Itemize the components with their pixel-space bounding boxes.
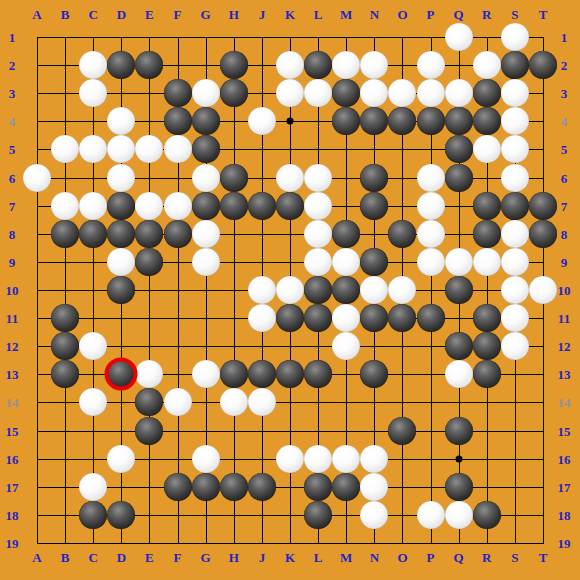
white-stone xyxy=(135,135,163,163)
black-stone xyxy=(501,192,529,220)
black-stone xyxy=(248,360,276,388)
white-stone xyxy=(501,276,529,304)
white-stone xyxy=(501,332,529,360)
white-stone xyxy=(220,388,248,416)
black-stone xyxy=(417,304,445,332)
black-stone xyxy=(51,332,79,360)
white-stone xyxy=(304,445,332,473)
right-coord-label: 10 xyxy=(558,283,571,296)
left-coord-label: 6 xyxy=(9,171,16,184)
top-coord-label: B xyxy=(61,8,70,21)
white-stone xyxy=(473,51,501,79)
bottom-coord-label: F xyxy=(174,551,182,564)
white-stone xyxy=(192,445,220,473)
left-coord-label: 8 xyxy=(9,227,16,240)
white-stone xyxy=(248,276,276,304)
black-stone xyxy=(332,473,360,501)
white-stone xyxy=(51,135,79,163)
black-stone xyxy=(220,192,248,220)
black-stone xyxy=(192,107,220,135)
bottom-coord-label: M xyxy=(340,551,352,564)
black-stone xyxy=(473,220,501,248)
black-stone xyxy=(360,248,388,276)
white-stone xyxy=(360,501,388,529)
top-coord-label: F xyxy=(174,8,182,21)
white-stone xyxy=(332,304,360,332)
black-stone xyxy=(79,501,107,529)
black-stone xyxy=(135,220,163,248)
left-coord-label: 15 xyxy=(6,424,19,437)
top-coord-label: O xyxy=(397,8,407,21)
black-stone xyxy=(220,360,248,388)
white-stone xyxy=(304,164,332,192)
white-stone xyxy=(445,79,473,107)
right-coord-label: 6 xyxy=(561,171,568,184)
black-stone xyxy=(473,360,501,388)
black-stone xyxy=(388,304,416,332)
top-coord-label: C xyxy=(89,8,98,21)
white-stone xyxy=(501,107,529,135)
white-stone xyxy=(332,445,360,473)
right-coord-label: 16 xyxy=(558,452,571,465)
black-stone xyxy=(445,332,473,360)
right-coord-label: 12 xyxy=(558,340,571,353)
white-stone xyxy=(417,192,445,220)
top-coord-label: M xyxy=(340,8,352,21)
top-coord-label: J xyxy=(259,8,266,21)
black-stone xyxy=(135,417,163,445)
black-stone xyxy=(164,473,192,501)
black-stone xyxy=(192,192,220,220)
white-stone xyxy=(107,135,135,163)
black-stone xyxy=(529,192,557,220)
right-coord-label: 1 xyxy=(561,31,568,44)
left-coord-label: 19 xyxy=(6,536,19,549)
white-stone xyxy=(417,79,445,107)
right-coord-label: 2 xyxy=(561,59,568,72)
left-coord-label: 13 xyxy=(6,368,19,381)
left-coord-label: 18 xyxy=(6,508,19,521)
black-stone xyxy=(107,192,135,220)
black-stone xyxy=(164,79,192,107)
black-stone xyxy=(529,220,557,248)
bottom-coord-label: C xyxy=(89,551,98,564)
grid-line xyxy=(37,543,544,544)
black-stone xyxy=(388,220,416,248)
right-coord-label: 13 xyxy=(558,368,571,381)
black-stone xyxy=(192,135,220,163)
black-stone xyxy=(248,192,276,220)
left-coord-label: 16 xyxy=(6,452,19,465)
white-stone xyxy=(360,445,388,473)
left-coord-label: 1 xyxy=(9,31,16,44)
black-stone xyxy=(332,220,360,248)
black-stone xyxy=(445,276,473,304)
white-stone xyxy=(445,248,473,276)
black-stone xyxy=(360,192,388,220)
white-stone xyxy=(388,79,416,107)
white-stone xyxy=(248,388,276,416)
white-stone xyxy=(248,107,276,135)
black-stone xyxy=(473,304,501,332)
white-stone xyxy=(304,192,332,220)
black-stone xyxy=(220,164,248,192)
bottom-coord-label: D xyxy=(117,551,126,564)
left-coord-label: 17 xyxy=(6,480,19,493)
white-stone xyxy=(417,51,445,79)
white-stone xyxy=(332,332,360,360)
white-stone xyxy=(473,135,501,163)
black-stone xyxy=(473,79,501,107)
black-stone xyxy=(107,276,135,304)
black-stone xyxy=(360,164,388,192)
top-coord-label: H xyxy=(229,8,239,21)
white-stone xyxy=(276,276,304,304)
black-stone xyxy=(445,473,473,501)
go-board[interactable]: AA11BB22CC33DD44EE55FF66GG77HH88JJ99KK10… xyxy=(0,0,580,580)
top-coord-label: N xyxy=(370,8,379,21)
white-stone xyxy=(79,79,107,107)
top-coord-label: P xyxy=(427,8,435,21)
black-stone xyxy=(445,164,473,192)
black-stone xyxy=(135,248,163,276)
white-stone xyxy=(417,164,445,192)
right-coord-label: 15 xyxy=(558,424,571,437)
white-stone xyxy=(79,473,107,501)
bottom-coord-label: B xyxy=(61,551,70,564)
black-stone xyxy=(79,220,107,248)
white-stone xyxy=(135,192,163,220)
black-stone xyxy=(248,473,276,501)
top-coord-label: R xyxy=(482,8,491,21)
black-stone xyxy=(388,417,416,445)
white-stone xyxy=(276,164,304,192)
black-stone xyxy=(529,51,557,79)
left-coord-label: 14 xyxy=(6,396,19,409)
bottom-coord-label: Q xyxy=(454,551,464,564)
white-stone xyxy=(79,135,107,163)
top-coord-label: L xyxy=(314,8,323,21)
white-stone xyxy=(107,248,135,276)
black-stone xyxy=(445,417,473,445)
bottom-coord-label: S xyxy=(511,551,518,564)
white-stone xyxy=(445,501,473,529)
bottom-coord-label: K xyxy=(285,551,295,564)
top-coord-label: G xyxy=(201,8,211,21)
white-stone xyxy=(360,51,388,79)
white-stone xyxy=(417,501,445,529)
white-stone xyxy=(135,360,163,388)
bottom-coord-label: O xyxy=(397,551,407,564)
white-stone xyxy=(360,473,388,501)
white-stone xyxy=(332,51,360,79)
white-stone xyxy=(473,248,501,276)
black-stone xyxy=(332,107,360,135)
white-stone xyxy=(501,304,529,332)
white-stone xyxy=(417,248,445,276)
top-coord-label: K xyxy=(285,8,295,21)
bottom-coord-label: G xyxy=(201,551,211,564)
top-coord-label: A xyxy=(32,8,41,21)
black-stone xyxy=(417,107,445,135)
white-stone xyxy=(388,276,416,304)
white-stone xyxy=(360,79,388,107)
black-stone xyxy=(192,473,220,501)
grid-line xyxy=(37,402,544,403)
black-stone xyxy=(220,79,248,107)
white-stone xyxy=(79,51,107,79)
black-stone xyxy=(135,388,163,416)
white-stone xyxy=(360,276,388,304)
black-stone xyxy=(501,51,529,79)
right-coord-label: 18 xyxy=(558,508,571,521)
left-coord-label: 7 xyxy=(9,199,16,212)
white-stone xyxy=(192,79,220,107)
black-stone xyxy=(473,192,501,220)
white-stone xyxy=(192,164,220,192)
left-coord-label: 2 xyxy=(9,59,16,72)
black-stone xyxy=(107,220,135,248)
white-stone xyxy=(276,51,304,79)
black-stone xyxy=(445,107,473,135)
bottom-coord-label: A xyxy=(32,551,41,564)
white-stone xyxy=(164,192,192,220)
left-coord-label: 3 xyxy=(9,87,16,100)
white-stone xyxy=(276,79,304,107)
black-stone xyxy=(360,304,388,332)
black-stone xyxy=(107,51,135,79)
bottom-coord-label: J xyxy=(259,551,266,564)
white-stone xyxy=(417,220,445,248)
white-stone xyxy=(501,135,529,163)
white-stone xyxy=(304,220,332,248)
white-stone xyxy=(445,23,473,51)
black-stone xyxy=(220,51,248,79)
black-stone xyxy=(304,360,332,388)
left-coord-label: 4 xyxy=(9,115,16,128)
star-point xyxy=(286,118,293,125)
black-stone xyxy=(304,501,332,529)
black-stone xyxy=(107,501,135,529)
white-stone xyxy=(51,192,79,220)
white-stone xyxy=(276,445,304,473)
right-coord-label: 17 xyxy=(558,480,571,493)
bottom-coord-label: N xyxy=(370,551,379,564)
white-stone xyxy=(304,79,332,107)
black-stone xyxy=(360,107,388,135)
black-stone xyxy=(304,276,332,304)
black-stone xyxy=(473,501,501,529)
black-stone xyxy=(388,107,416,135)
white-stone xyxy=(79,388,107,416)
black-stone xyxy=(332,79,360,107)
black-stone xyxy=(304,51,332,79)
white-stone xyxy=(79,192,107,220)
black-stone xyxy=(276,192,304,220)
last-move-marker xyxy=(105,358,138,391)
top-coord-label: Q xyxy=(454,8,464,21)
left-coord-label: 11 xyxy=(6,312,18,325)
bottom-coord-label: H xyxy=(229,551,239,564)
bottom-coord-label: R xyxy=(482,551,491,564)
star-point xyxy=(455,455,462,462)
black-stone xyxy=(51,220,79,248)
bottom-coord-label: E xyxy=(145,551,154,564)
right-coord-label: 3 xyxy=(561,87,568,100)
white-stone xyxy=(192,360,220,388)
white-stone xyxy=(248,304,276,332)
white-stone xyxy=(79,332,107,360)
black-stone xyxy=(445,135,473,163)
right-coord-label: 9 xyxy=(561,255,568,268)
right-coord-label: 14 xyxy=(558,396,571,409)
black-stone xyxy=(473,332,501,360)
black-stone xyxy=(135,51,163,79)
white-stone xyxy=(164,135,192,163)
top-coord-label: T xyxy=(539,8,548,21)
black-stone xyxy=(164,220,192,248)
right-coord-label: 11 xyxy=(558,312,570,325)
black-stone xyxy=(164,107,192,135)
white-stone xyxy=(501,79,529,107)
white-stone xyxy=(501,23,529,51)
black-stone xyxy=(332,276,360,304)
black-stone xyxy=(51,360,79,388)
white-stone xyxy=(107,164,135,192)
bottom-coord-label: P xyxy=(427,551,435,564)
right-coord-label: 5 xyxy=(561,143,568,156)
white-stone xyxy=(529,276,557,304)
white-stone xyxy=(107,107,135,135)
white-stone xyxy=(23,164,51,192)
black-stone xyxy=(51,304,79,332)
black-stone xyxy=(276,360,304,388)
black-stone xyxy=(473,107,501,135)
left-coord-label: 10 xyxy=(6,283,19,296)
top-coord-label: D xyxy=(117,8,126,21)
black-stone xyxy=(304,473,332,501)
right-coord-label: 7 xyxy=(561,199,568,212)
bottom-coord-label: L xyxy=(314,551,323,564)
white-stone xyxy=(501,220,529,248)
bottom-coord-label: T xyxy=(539,551,548,564)
white-stone xyxy=(445,360,473,388)
white-stone xyxy=(332,248,360,276)
top-coord-label: S xyxy=(511,8,518,21)
white-stone xyxy=(107,445,135,473)
black-stone xyxy=(220,473,248,501)
top-coord-label: E xyxy=(145,8,154,21)
black-stone xyxy=(304,304,332,332)
black-stone xyxy=(360,360,388,388)
black-stone xyxy=(276,304,304,332)
right-coord-label: 8 xyxy=(561,227,568,240)
white-stone xyxy=(501,248,529,276)
white-stone xyxy=(192,220,220,248)
left-coord-label: 9 xyxy=(9,255,16,268)
left-coord-label: 5 xyxy=(9,143,16,156)
white-stone xyxy=(304,248,332,276)
left-coord-label: 12 xyxy=(6,340,19,353)
right-coord-label: 4 xyxy=(561,115,568,128)
white-stone xyxy=(192,248,220,276)
right-coord-label: 19 xyxy=(558,536,571,549)
white-stone xyxy=(164,388,192,416)
white-stone xyxy=(501,164,529,192)
